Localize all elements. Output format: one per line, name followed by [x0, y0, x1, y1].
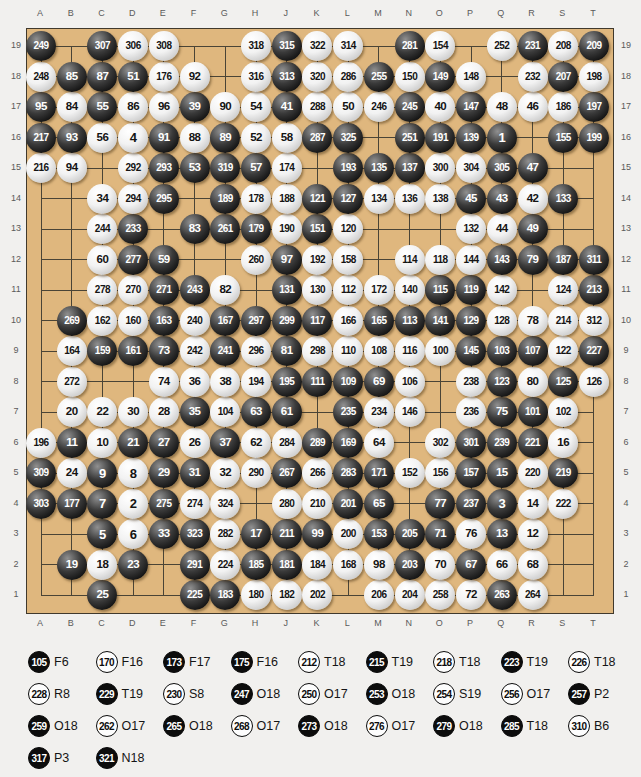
caption-move-number: 273 — [298, 715, 320, 737]
caption-move: 105F6 — [28, 651, 96, 673]
stone-O10: 141 — [425, 306, 455, 336]
stone-K14: 121 — [302, 184, 332, 214]
stone-J18: 313 — [272, 62, 302, 92]
stone-N1: 204 — [395, 580, 425, 610]
stone-E12: 59 — [149, 245, 179, 275]
caption-move: 273O18 — [298, 715, 366, 737]
stone-K2: 184 — [302, 550, 332, 580]
caption-move-point: B6 — [594, 719, 609, 733]
stone-C11: 278 — [87, 275, 117, 305]
stone-M5: 171 — [364, 458, 394, 488]
caption-move-point: F6 — [54, 655, 69, 669]
stone-P4: 237 — [456, 489, 486, 519]
stone-Q13: 44 — [487, 214, 517, 244]
caption-move-point: T18 — [459, 655, 481, 669]
column-label-bottom: L — [345, 618, 350, 628]
column-label-top: R — [528, 8, 535, 18]
caption-move-number: 276 — [366, 715, 388, 737]
stone-M15: 135 — [364, 153, 394, 183]
stone-R15: 47 — [518, 153, 548, 183]
stone-P12: 144 — [456, 245, 486, 275]
stone-R17: 46 — [518, 92, 548, 122]
stone-C13: 244 — [87, 214, 117, 244]
caption-move-point: P3 — [54, 751, 69, 765]
caption-move-point: O17 — [122, 719, 146, 733]
stone-H16: 52 — [241, 123, 271, 153]
stone-Q1: 263 — [487, 580, 517, 610]
stone-R3: 12 — [518, 519, 548, 549]
stone-T16: 199 — [579, 123, 609, 153]
row-label-left: 7 — [13, 406, 18, 416]
row-label-left: 19 — [11, 40, 21, 50]
stone-T19: 209 — [579, 31, 609, 61]
stone-C9: 159 — [87, 336, 117, 366]
caption-move-number: 257 — [568, 683, 590, 705]
column-label-top: B — [68, 8, 74, 18]
stone-S16: 155 — [548, 123, 578, 153]
stone-P18: 148 — [456, 62, 486, 92]
column-label-bottom: E — [160, 618, 166, 628]
stone-K19: 322 — [302, 31, 332, 61]
caption-line: 317P3321N18 — [28, 742, 641, 774]
stone-J1: 182 — [272, 580, 302, 610]
stone-E18: 176 — [149, 62, 179, 92]
caption-move: 265O18 — [163, 715, 231, 737]
caption-move-number: 218 — [433, 651, 455, 673]
stone-D9: 161 — [118, 336, 148, 366]
stone-Q12: 143 — [487, 245, 517, 275]
stone-H19: 318 — [241, 31, 271, 61]
stone-D3: 6 — [118, 519, 148, 549]
stone-K4: 210 — [302, 489, 332, 519]
stone-G1: 183 — [210, 580, 240, 610]
caption-move-point: O18 — [324, 719, 348, 733]
stone-P8: 238 — [456, 367, 486, 397]
row-label-left: 10 — [11, 315, 21, 325]
caption-move-point: T19 — [392, 655, 414, 669]
stone-J6: 284 — [272, 428, 302, 458]
caption-move-point: S19 — [459, 687, 481, 701]
stone-L13: 120 — [333, 214, 363, 244]
stone-O9: 100 — [425, 336, 455, 366]
stone-K17: 288 — [302, 92, 332, 122]
caption-move-number: 170 — [96, 651, 118, 673]
stone-H18: 316 — [241, 62, 271, 92]
caption-move-number: 105 — [28, 651, 50, 673]
stone-K8: 111 — [302, 367, 332, 397]
row-label-left: 9 — [13, 345, 18, 355]
stone-T9: 227 — [579, 336, 609, 366]
row-label-right: 6 — [623, 437, 628, 447]
stone-N14: 136 — [395, 184, 425, 214]
stone-K11: 130 — [302, 275, 332, 305]
caption-move-number: 215 — [366, 651, 388, 673]
stone-P15: 304 — [456, 153, 486, 183]
column-label-top: F — [191, 8, 197, 18]
column-label-top: T — [590, 8, 596, 18]
caption-move: 229T19 — [96, 683, 164, 705]
stone-E19: 308 — [149, 31, 179, 61]
stone-R18: 232 — [518, 62, 548, 92]
stone-G8: 38 — [210, 367, 240, 397]
stone-L6: 169 — [333, 428, 363, 458]
stone-P16: 139 — [456, 123, 486, 153]
stone-Q19: 252 — [487, 31, 517, 61]
stone-F3: 323 — [180, 519, 210, 549]
stone-B5: 24 — [57, 458, 87, 488]
caption-move-point: R8 — [54, 687, 70, 701]
stone-K18: 320 — [302, 62, 332, 92]
stone-P11: 119 — [456, 275, 486, 305]
stone-N3: 205 — [395, 519, 425, 549]
stone-N9: 116 — [395, 336, 425, 366]
stone-P17: 147 — [456, 92, 486, 122]
stone-F18: 92 — [180, 62, 210, 92]
stone-L7: 235 — [333, 397, 363, 427]
stone-T8: 126 — [579, 367, 609, 397]
caption-move-point: N18 — [122, 751, 145, 765]
caption-move-point: T18 — [594, 655, 616, 669]
stone-L10: 166 — [333, 306, 363, 336]
caption-move: 247O18 — [231, 683, 299, 705]
stone-O18: 149 — [425, 62, 455, 92]
stone-R6: 221 — [518, 428, 548, 458]
stone-B10: 269 — [57, 306, 87, 336]
row-label-right: 17 — [621, 101, 631, 111]
stone-Q14: 43 — [487, 184, 517, 214]
stone-R4: 14 — [518, 489, 548, 519]
stone-F11: 243 — [180, 275, 210, 305]
stone-E9: 73 — [149, 336, 179, 366]
moves-caption: 105F6170F16173F17175F16212T18215T19218T1… — [0, 634, 641, 774]
column-label-bottom: M — [374, 618, 382, 628]
caption-move-number: 317 — [28, 747, 50, 769]
stone-J9: 81 — [272, 336, 302, 366]
stone-F10: 240 — [180, 306, 210, 336]
stone-O11: 115 — [425, 275, 455, 305]
caption-move: 257P2 — [568, 683, 636, 705]
stone-T12: 311 — [579, 245, 609, 275]
stone-Q7: 75 — [487, 397, 517, 427]
stone-H5: 290 — [241, 458, 271, 488]
caption-move-number: 230 — [163, 683, 185, 705]
caption-move-point: O17 — [257, 719, 281, 733]
caption-move-point: O17 — [324, 687, 348, 701]
stone-D6: 21 — [118, 428, 148, 458]
row-label-left: 6 — [13, 437, 18, 447]
stone-O4: 77 — [425, 489, 455, 519]
column-label-top: M — [374, 8, 382, 18]
stone-K6: 289 — [302, 428, 332, 458]
row-label-right: 13 — [621, 223, 631, 233]
stone-F8: 36 — [180, 367, 210, 397]
stone-G2: 224 — [210, 550, 240, 580]
stone-S10: 214 — [548, 306, 578, 336]
stone-N15: 137 — [395, 153, 425, 183]
caption-move: 228R8 — [28, 683, 96, 705]
row-label-left: 8 — [13, 376, 18, 386]
stone-B9: 164 — [57, 336, 87, 366]
column-label-top: E — [160, 8, 166, 18]
column-label-bottom: A — [37, 618, 43, 628]
caption-move: 285T18 — [501, 715, 569, 737]
stone-R8: 80 — [518, 367, 548, 397]
row-label-left: 5 — [13, 467, 18, 477]
stone-D15: 292 — [118, 153, 148, 183]
column-label-top: Q — [497, 8, 504, 18]
caption-move-point: F16 — [122, 655, 144, 669]
stone-F17: 39 — [180, 92, 210, 122]
stone-G5: 32 — [210, 458, 240, 488]
stone-D12: 277 — [118, 245, 148, 275]
caption-move: 230S8 — [163, 683, 231, 705]
caption-move-number: 259 — [28, 715, 50, 737]
stone-G4: 324 — [210, 489, 240, 519]
caption-move-number: 256 — [501, 683, 523, 705]
caption-move: 226T18 — [568, 651, 636, 673]
column-label-top: N — [405, 8, 412, 18]
stone-N17: 245 — [395, 92, 425, 122]
stone-K3: 99 — [302, 519, 332, 549]
stone-E16: 91 — [149, 123, 179, 153]
stone-R14: 42 — [518, 184, 548, 214]
stone-Q15: 305 — [487, 153, 517, 183]
stone-A6: 196 — [26, 428, 56, 458]
stone-F15: 53 — [180, 153, 210, 183]
row-label-left: 12 — [11, 254, 21, 264]
column-label-bottom: J — [284, 618, 289, 628]
caption-move: 170F16 — [96, 651, 164, 673]
column-label-bottom: F — [191, 618, 197, 628]
stone-D18: 51 — [118, 62, 148, 92]
column-label-bottom: G — [221, 618, 228, 628]
caption-move-point: O17 — [392, 719, 416, 733]
caption-move: 321N18 — [96, 747, 164, 769]
caption-move-point: O17 — [527, 687, 551, 701]
stone-F4: 274 — [180, 489, 210, 519]
stone-G7: 104 — [210, 397, 240, 427]
stone-Q16: 1 — [487, 123, 517, 153]
column-label-top: S — [559, 8, 565, 18]
column-label-bottom: O — [436, 618, 443, 628]
caption-line: 228R8229T19230S8247O18250O17253O18254S19… — [28, 678, 641, 710]
caption-move: 259O18 — [28, 715, 96, 737]
stone-C12: 60 — [87, 245, 117, 275]
stone-G15: 319 — [210, 153, 240, 183]
stone-D4: 2 — [118, 489, 148, 519]
stone-H3: 17 — [241, 519, 271, 549]
stone-G13: 261 — [210, 214, 240, 244]
stone-S4: 222 — [548, 489, 578, 519]
stone-E7: 28 — [149, 397, 179, 427]
stone-P2: 67 — [456, 550, 486, 580]
stone-P1: 72 — [456, 580, 486, 610]
caption-move-number: 321 — [96, 747, 118, 769]
stone-A15: 216 — [26, 153, 56, 183]
caption-move: 317P3 — [28, 747, 96, 769]
stone-H14: 178 — [241, 184, 271, 214]
stone-G11: 82 — [210, 275, 240, 305]
caption-move: 268O17 — [231, 715, 299, 737]
stone-O17: 40 — [425, 92, 455, 122]
stone-K16: 287 — [302, 123, 332, 153]
stone-E15: 293 — [149, 153, 179, 183]
stone-J13: 190 — [272, 214, 302, 244]
row-label-left: 17 — [11, 101, 21, 111]
stone-B4: 177 — [57, 489, 87, 519]
stone-C17: 55 — [87, 92, 117, 122]
stone-B16: 93 — [57, 123, 87, 153]
stone-H2: 185 — [241, 550, 271, 580]
stone-G3: 282 — [210, 519, 240, 549]
stone-L17: 50 — [333, 92, 363, 122]
stone-M2: 98 — [364, 550, 394, 580]
stone-K10: 117 — [302, 306, 332, 336]
caption-move: 215T19 — [366, 651, 434, 673]
column-label-bottom: T — [590, 618, 596, 628]
stone-P3: 76 — [456, 519, 486, 549]
row-label-left: 14 — [11, 193, 21, 203]
stone-J15: 174 — [272, 153, 302, 183]
caption-move-point: F17 — [189, 655, 211, 669]
goban: 2522518318018220220620425872263264191823… — [26, 28, 614, 614]
stone-T18: 198 — [579, 62, 609, 92]
stone-K1: 202 — [302, 580, 332, 610]
stone-D14: 294 — [118, 184, 148, 214]
caption-move-point: O18 — [392, 687, 416, 701]
stone-M8: 69 — [364, 367, 394, 397]
caption-move-point: T19 — [527, 655, 549, 669]
stone-D16: 4 — [118, 123, 148, 153]
stone-G14: 189 — [210, 184, 240, 214]
stone-N8: 106 — [395, 367, 425, 397]
stone-G17: 90 — [210, 92, 240, 122]
stone-R5: 220 — [518, 458, 548, 488]
stone-G6: 37 — [210, 428, 240, 458]
stone-T17: 197 — [579, 92, 609, 122]
stone-F6: 26 — [180, 428, 210, 458]
stone-J12: 97 — [272, 245, 302, 275]
stone-A17: 95 — [26, 92, 56, 122]
stone-S19: 208 — [548, 31, 578, 61]
stone-L5: 283 — [333, 458, 363, 488]
caption-move-point: O18 — [459, 719, 483, 733]
caption-move-point: T18 — [527, 719, 549, 733]
column-label-top: D — [129, 8, 136, 18]
caption-line: 105F6170F16173F17175F16212T18215T19218T1… — [28, 646, 641, 678]
stone-L19: 314 — [333, 31, 363, 61]
stone-Q8: 123 — [487, 367, 517, 397]
caption-move-point: F16 — [257, 655, 279, 669]
stone-H12: 260 — [241, 245, 271, 275]
stone-N7: 146 — [395, 397, 425, 427]
caption-move-number: 285 — [501, 715, 523, 737]
stone-H1: 180 — [241, 580, 271, 610]
stone-D17: 86 — [118, 92, 148, 122]
stone-F13: 83 — [180, 214, 210, 244]
stone-B15: 94 — [57, 153, 87, 183]
stone-J10: 299 — [272, 306, 302, 336]
caption-move: 310B6 — [568, 715, 636, 737]
caption-move-point: O18 — [189, 719, 213, 733]
stone-L16: 325 — [333, 123, 363, 153]
column-label-bottom: H — [252, 618, 259, 628]
stone-K12: 192 — [302, 245, 332, 275]
caption-move: 223T19 — [501, 651, 569, 673]
caption-move: 279O18 — [433, 715, 501, 737]
column-label-top: K — [313, 8, 319, 18]
stone-L18: 286 — [333, 62, 363, 92]
row-label-left: 11 — [11, 284, 20, 294]
caption-move-number: 265 — [163, 715, 185, 737]
stone-D7: 30 — [118, 397, 148, 427]
column-label-bottom: R — [528, 618, 535, 628]
row-label-right: 4 — [623, 498, 628, 508]
stone-H10: 297 — [241, 306, 271, 336]
column-label-bottom: P — [467, 618, 473, 628]
stone-S14: 133 — [548, 184, 578, 214]
row-label-right: 2 — [623, 559, 628, 569]
column-label-bottom: C — [98, 618, 105, 628]
row-label-right: 11 — [621, 284, 630, 294]
row-label-right: 18 — [621, 71, 631, 81]
stone-N11: 140 — [395, 275, 425, 305]
column-label-top: A — [37, 8, 43, 18]
stone-M9: 108 — [364, 336, 394, 366]
stone-E5: 29 — [149, 458, 179, 488]
caption-move: 173F17 — [163, 651, 231, 673]
stone-J19: 315 — [272, 31, 302, 61]
caption-move: 253O18 — [366, 683, 434, 705]
stone-S7: 102 — [548, 397, 578, 427]
column-label-bottom: S — [559, 618, 565, 628]
row-label-left: 15 — [11, 162, 21, 172]
row-label-right: 9 — [623, 345, 628, 355]
stone-N5: 152 — [395, 458, 425, 488]
stone-R7: 101 — [518, 397, 548, 427]
stone-R1: 264 — [518, 580, 548, 610]
stone-P13: 132 — [456, 214, 486, 244]
caption-move-number: 175 — [231, 651, 253, 673]
stone-P7: 236 — [456, 397, 486, 427]
stone-C6: 10 — [87, 428, 117, 458]
row-label-right: 12 — [621, 254, 631, 264]
stone-O16: 191 — [425, 123, 455, 153]
stone-R2: 68 — [518, 550, 548, 580]
stone-M4: 65 — [364, 489, 394, 519]
stone-R9: 107 — [518, 336, 548, 366]
caption-move-point: S8 — [189, 687, 204, 701]
stone-P14: 45 — [456, 184, 486, 214]
stone-O14: 138 — [425, 184, 455, 214]
stone-O19: 154 — [425, 31, 455, 61]
stone-C3: 5 — [87, 519, 117, 549]
stone-B2: 19 — [57, 550, 87, 580]
stone-J2: 181 — [272, 550, 302, 580]
caption-move-point: T18 — [324, 655, 346, 669]
stone-C5: 9 — [87, 458, 117, 488]
row-label-left: 16 — [11, 132, 21, 142]
stone-L8: 109 — [333, 367, 363, 397]
stone-L14: 127 — [333, 184, 363, 214]
stone-N2: 203 — [395, 550, 425, 580]
stone-L3: 200 — [333, 519, 363, 549]
stone-P5: 157 — [456, 458, 486, 488]
stone-K5: 266 — [302, 458, 332, 488]
caption-move-number: 262 — [96, 715, 118, 737]
stone-O6: 302 — [425, 428, 455, 458]
stone-A4: 303 — [26, 489, 56, 519]
